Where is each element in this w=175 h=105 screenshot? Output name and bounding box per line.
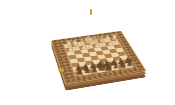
square-a5	[117, 51, 126, 56]
square-e4	[89, 52, 98, 57]
white-rook: ♜	[108, 33, 120, 42]
chess-box: ♜♞♝♚♛♝♞♜♟♟♟♟♟♟♟♟♟♟♟♟♟♟♟♟♜♞♝♚♛♝♞♜	[51, 31, 147, 85]
black-rook: ♜	[123, 59, 137, 68]
hinge-pin-icon	[90, 9, 92, 15]
square-d8: ♛	[103, 66, 112, 71]
chessboard: ♜♞♝♚♛♝♞♜♟♟♟♟♟♟♟♟♟♟♟♟♟♟♟♟♜♞♝♚♛♝♞♜	[63, 37, 134, 77]
square-a8: ♜	[124, 63, 133, 68]
chess-set-photo: ♜♞♝♚♛♝♞♜♟♟♟♟♟♟♟♟♟♟♟♟♟♟♟♟♜♞♝♚♛♝♞♜	[0, 0, 175, 105]
